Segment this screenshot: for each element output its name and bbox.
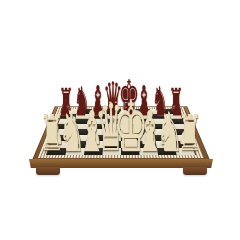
pieces-layer: ♜♞♝♛♚♝♞♜♟♟♟♟♟♟♟♟♟♟♟♟♟♟♟♟♜♞♝♛♚♝♞♜: [0, 0, 240, 240]
chess-set-photo: ♜♞♝♛♚♝♞♜♟♟♟♟♟♟♟♟♟♟♟♟♟♟♟♟♜♞♝♛♚♝♞♜: [0, 0, 240, 240]
piece-cream-rook-h1[interactable]: ♜: [177, 109, 202, 159]
board-foot-right: [183, 167, 207, 175]
board-foot-left: [36, 167, 60, 175]
